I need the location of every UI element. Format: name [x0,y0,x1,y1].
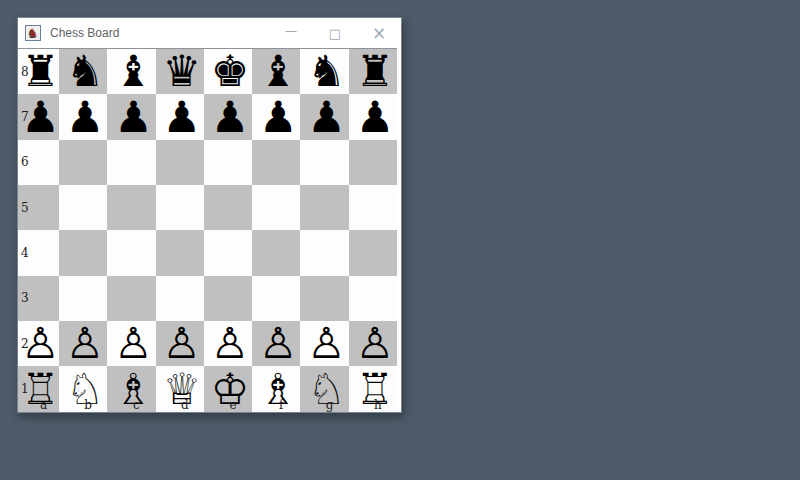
square-e3[interactable] [204,276,252,321]
piece-black-queen: ♛ [158,49,206,94]
square-a4[interactable]: 4 [18,230,59,275]
square-a2[interactable]: 2♙ [18,321,59,366]
piece-black-rook: ♜ [351,49,399,94]
rank-label-8: 8 [21,65,29,77]
square-d5[interactable] [156,185,204,230]
square-d1[interactable]: d♕ [156,366,204,411]
square-h2[interactable]: ♙ [349,321,397,366]
square-g2[interactable]: ♙ [300,321,348,366]
square-g7[interactable]: ♟ [300,94,348,139]
piece-white-pawn: ♙ [109,321,157,366]
square-f1[interactable]: f♗ [252,366,300,411]
square-c1[interactable]: c♗ [107,366,155,411]
square-h6[interactable] [349,140,397,185]
window-controls: — □ × [269,18,401,48]
square-e8[interactable]: ♚ [204,49,252,94]
square-e4[interactable] [204,230,252,275]
minimize-button[interactable]: — [269,18,313,48]
piece-black-knight: ♞ [302,49,350,94]
rank-label-7: 7 [21,111,29,123]
square-a5[interactable]: 5 [18,185,59,230]
square-f6[interactable] [252,140,300,185]
square-g3[interactable] [300,276,348,321]
maximize-icon: □ [329,27,341,40]
square-c6[interactable] [107,140,155,185]
rank-label-4: 4 [21,247,29,259]
maximize-button[interactable]: □ [313,18,357,48]
file-label-h: h [374,400,382,411]
close-icon: × [372,25,386,42]
knight-icon: ♞ [28,27,39,39]
square-b7[interactable]: ♟ [59,94,107,139]
square-h4[interactable] [349,230,397,275]
piece-white-pawn: ♙ [254,321,302,366]
piece-white-pawn: ♙ [206,321,254,366]
square-a8[interactable]: 8♜ [18,49,59,94]
square-e1[interactable]: e♔ [204,366,252,411]
square-b6[interactable] [59,140,107,185]
square-c7[interactable]: ♟ [107,94,155,139]
square-g8[interactable]: ♞ [300,49,348,94]
chess-board-window: ♞ Chess Board — □ × 8♜♞♝♛♚♝♞♜7♟♟♟♟♟♟♟♟65… [17,17,402,413]
square-b1[interactable]: b♘ [59,366,107,411]
square-e6[interactable] [204,140,252,185]
square-d4[interactable] [156,230,204,275]
square-d3[interactable] [156,276,204,321]
square-b2[interactable]: ♙ [59,321,107,366]
square-f8[interactable]: ♝ [252,49,300,94]
file-label-g: g [326,400,334,411]
rank-label-5: 5 [21,201,29,213]
square-e7[interactable]: ♟ [204,94,252,139]
piece-black-bishop: ♝ [109,49,157,94]
piece-white-pawn: ♙ [158,321,206,366]
window-title: Chess Board [50,26,119,40]
piece-white-pawn: ♙ [61,321,109,366]
app-icon: ♞ [25,25,41,41]
square-f7[interactable]: ♟ [252,94,300,139]
square-a1[interactable]: 1a♖ [18,366,59,411]
piece-black-pawn: ♟ [158,94,206,139]
square-g6[interactable] [300,140,348,185]
square-b3[interactable] [59,276,107,321]
square-e2[interactable]: ♙ [204,321,252,366]
piece-black-king: ♚ [206,49,254,94]
square-d6[interactable] [156,140,204,185]
piece-white-pawn: ♙ [302,321,350,366]
file-label-f: f [279,400,283,411]
rank-label-2: 2 [21,337,29,349]
square-g5[interactable] [300,185,348,230]
square-d8[interactable]: ♛ [156,49,204,94]
rank-label-1: 1 [21,383,29,395]
file-label-c: c [133,400,140,411]
square-d7[interactable]: ♟ [156,94,204,139]
piece-black-pawn: ♟ [61,94,109,139]
square-g1[interactable]: g♘ [300,366,348,411]
square-e5[interactable] [204,185,252,230]
square-h8[interactable]: ♜ [349,49,397,94]
square-c5[interactable] [107,185,155,230]
square-h5[interactable] [349,185,397,230]
piece-black-pawn: ♟ [109,94,157,139]
square-d2[interactable]: ♙ [156,321,204,366]
square-c4[interactable] [107,230,155,275]
minimize-icon: — [285,25,297,37]
titlebar[interactable]: ♞ Chess Board — □ × [18,18,401,48]
piece-white-pawn: ♙ [351,321,399,366]
square-f3[interactable] [252,276,300,321]
file-label-e: e [229,400,236,411]
square-a3[interactable]: 3 [18,276,59,321]
piece-black-knight: ♞ [61,49,109,94]
square-f5[interactable] [252,185,300,230]
piece-black-pawn: ♟ [206,94,254,139]
square-f4[interactable] [252,230,300,275]
file-label-b: b [84,400,92,411]
square-b4[interactable] [59,230,107,275]
square-h7[interactable]: ♟ [349,94,397,139]
square-f2[interactable]: ♙ [252,321,300,366]
file-label-d: d [181,400,189,411]
square-g4[interactable] [300,230,348,275]
square-h1[interactable]: h♖ [349,366,397,411]
square-b5[interactable] [59,185,107,230]
piece-black-bishop: ♝ [254,49,302,94]
square-b8[interactable]: ♞ [59,49,107,94]
square-c3[interactable] [107,276,155,321]
close-button[interactable]: × [357,18,401,48]
rank-label-6: 6 [21,156,29,168]
square-a6[interactable]: 6 [18,140,59,185]
square-h3[interactable] [349,276,397,321]
piece-black-pawn: ♟ [254,94,302,139]
chess-board: 8♜♞♝♛♚♝♞♜7♟♟♟♟♟♟♟♟65432♙♙♙♙♙♙♙♙1a♖b♘c♗d♕… [18,48,397,412]
file-label-a: a [40,400,47,411]
square-c2[interactable]: ♙ [107,321,155,366]
piece-black-pawn: ♟ [302,94,350,139]
square-c8[interactable]: ♝ [107,49,155,94]
rank-label-3: 3 [21,292,29,304]
square-a7[interactable]: 7♟ [18,94,59,139]
piece-black-pawn: ♟ [351,94,399,139]
